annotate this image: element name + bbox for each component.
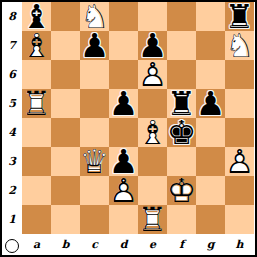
square-e2[interactable] — [138, 176, 167, 205]
white-pawn-fill-glyph: ♟ — [109, 176, 138, 205]
piece-white-bishop-a7[interactable]: ♝♗ — [22, 31, 51, 60]
white-rook-fill-glyph: ♜ — [138, 205, 167, 234]
square-c6[interactable] — [80, 60, 109, 89]
square-c7[interactable]: ♟ — [80, 31, 109, 60]
white-king-fill-glyph: ♚ — [167, 176, 196, 205]
square-h3[interactable]: ♟♙ — [225, 147, 254, 176]
square-d3[interactable]: ♟ — [109, 147, 138, 176]
rank-label-4: 4 — [2, 118, 22, 147]
square-a3[interactable] — [22, 147, 51, 176]
square-b2[interactable] — [51, 176, 80, 205]
piece-white-pawn-d2[interactable]: ♟♙ — [109, 176, 138, 205]
piece-white-queen-c3[interactable]: ♛♕ — [80, 147, 109, 176]
square-a8[interactable]: ♝ — [22, 2, 51, 31]
square-d7[interactable] — [109, 31, 138, 60]
square-e4[interactable]: ♝♗ — [138, 118, 167, 147]
square-g7[interactable] — [196, 31, 225, 60]
file-label-e: e — [138, 234, 167, 255]
square-a7[interactable]: ♝♗ — [22, 31, 51, 60]
white-king-outline-glyph: ♔ — [167, 176, 196, 205]
rank-label-7: 7 — [2, 31, 22, 60]
white-knight-outline-glyph: ♘ — [225, 31, 254, 60]
square-g2[interactable] — [196, 176, 225, 205]
square-e6[interactable]: ♟♙ — [138, 60, 167, 89]
square-h5[interactable] — [225, 89, 254, 118]
file-label-g: g — [196, 234, 225, 255]
white-pawn-outline-glyph: ♙ — [225, 147, 254, 176]
rank-label-2: 2 — [2, 176, 22, 205]
square-b8[interactable] — [51, 2, 80, 31]
square-h6[interactable] — [225, 60, 254, 89]
white-rook-outline-glyph: ♖ — [22, 89, 51, 118]
white-pawn-outline-glyph: ♙ — [138, 60, 167, 89]
black-rook-glyph: ♜ — [225, 2, 254, 31]
square-f8[interactable] — [167, 2, 196, 31]
file-label-f: f — [167, 234, 196, 255]
black-pawn-glyph: ♟ — [80, 31, 109, 60]
square-g6[interactable] — [196, 60, 225, 89]
file-label-b: b — [51, 234, 80, 255]
square-a4[interactable] — [22, 118, 51, 147]
piece-black-pawn-d5[interactable]: ♟ — [109, 89, 138, 118]
square-f5[interactable]: ♜ — [167, 89, 196, 118]
file-label-d: d — [109, 234, 138, 255]
black-pawn-glyph: ♟ — [109, 147, 138, 176]
white-bishop-outline-glyph: ♗ — [138, 118, 167, 147]
rank-label-5: 5 — [2, 89, 22, 118]
square-a1[interactable] — [22, 205, 51, 234]
square-a2[interactable] — [22, 176, 51, 205]
file-label-h: h — [225, 234, 254, 255]
piece-white-rook-e1[interactable]: ♜♖ — [138, 205, 167, 234]
rank-label-3: 3 — [2, 147, 22, 176]
white-knight-fill-glyph: ♞ — [80, 2, 109, 31]
piece-white-king-f2[interactable]: ♚♔ — [167, 176, 196, 205]
piece-black-pawn-e7[interactable]: ♟ — [138, 31, 167, 60]
square-d6[interactable] — [109, 60, 138, 89]
white-rook-outline-glyph: ♖ — [138, 205, 167, 234]
white-pawn-fill-glyph: ♟ — [138, 60, 167, 89]
piece-black-rook-h8[interactable]: ♜ — [225, 2, 254, 31]
square-g1[interactable] — [196, 205, 225, 234]
piece-black-pawn-g5[interactable]: ♟ — [196, 89, 225, 118]
square-d8[interactable] — [109, 2, 138, 31]
white-knight-outline-glyph: ♘ — [80, 2, 109, 31]
square-h1[interactable] — [225, 205, 254, 234]
square-b6[interactable] — [51, 60, 80, 89]
piece-white-knight-c8[interactable]: ♞♘ — [80, 2, 109, 31]
square-e5[interactable] — [138, 89, 167, 118]
white-rook-fill-glyph: ♜ — [22, 89, 51, 118]
rank-label-6: 6 — [2, 60, 22, 89]
white-bishop-fill-glyph: ♝ — [22, 31, 51, 60]
file-label-a: a — [22, 234, 51, 255]
square-a6[interactable] — [22, 60, 51, 89]
piece-white-rook-a5[interactable]: ♜♖ — [22, 89, 51, 118]
black-pawn-glyph: ♟ — [109, 89, 138, 118]
square-d5[interactable]: ♟ — [109, 89, 138, 118]
black-pawn-glyph: ♟ — [196, 89, 225, 118]
square-e1[interactable]: ♜♖ — [138, 205, 167, 234]
square-g5[interactable]: ♟ — [196, 89, 225, 118]
square-g4[interactable] — [196, 118, 225, 147]
square-e8[interactable] — [138, 2, 167, 31]
square-d2[interactable]: ♟♙ — [109, 176, 138, 205]
square-f1[interactable] — [167, 205, 196, 234]
file-labels: abcdefgh — [22, 234, 254, 255]
file-label-c: c — [80, 234, 109, 255]
square-h2[interactable] — [225, 176, 254, 205]
square-g3[interactable] — [196, 147, 225, 176]
square-a5[interactable]: ♜♖ — [22, 89, 51, 118]
square-f2[interactable]: ♚♔ — [167, 176, 196, 205]
rank-label-1: 1 — [2, 205, 22, 234]
square-f7[interactable] — [167, 31, 196, 60]
white-bishop-outline-glyph: ♗ — [22, 31, 51, 60]
piece-black-bishop-a8[interactable]: ♝ — [22, 2, 51, 31]
white-to-move-indicator — [5, 239, 19, 253]
square-b4[interactable] — [51, 118, 80, 147]
square-c3[interactable]: ♛♕ — [80, 147, 109, 176]
square-h4[interactable] — [225, 118, 254, 147]
square-c5[interactable] — [80, 89, 109, 118]
piece-white-bishop-e4[interactable]: ♝♗ — [138, 118, 167, 147]
black-bishop-glyph: ♝ — [22, 2, 51, 31]
square-d1[interactable] — [109, 205, 138, 234]
square-h7[interactable]: ♞♘ — [225, 31, 254, 60]
chess-diagram: 87654321 ♝♞♘♜♝♗♟♟♞♘♟♙♜♖♟♜♟♝♗♚♛♕♟♟♙♟♙♚♔♜♖… — [0, 0, 257, 257]
piece-black-rook-f5[interactable]: ♜ — [167, 89, 196, 118]
black-king-glyph: ♚ — [167, 118, 196, 147]
square-b1[interactable] — [51, 205, 80, 234]
square-d4[interactable] — [109, 118, 138, 147]
white-bishop-fill-glyph: ♝ — [138, 118, 167, 147]
piece-white-knight-h7[interactable]: ♞♘ — [225, 31, 254, 60]
black-pawn-glyph: ♟ — [138, 31, 167, 60]
white-knight-fill-glyph: ♞ — [225, 31, 254, 60]
piece-black-pawn-c7[interactable]: ♟ — [80, 31, 109, 60]
piece-white-pawn-h3[interactable]: ♟♙ — [225, 147, 254, 176]
black-rook-glyph: ♜ — [167, 89, 196, 118]
square-e7[interactable]: ♟ — [138, 31, 167, 60]
white-queen-fill-glyph: ♛ — [80, 147, 109, 176]
square-b5[interactable] — [51, 89, 80, 118]
square-c4[interactable] — [80, 118, 109, 147]
square-c1[interactable] — [80, 205, 109, 234]
white-pawn-fill-glyph: ♟ — [225, 147, 254, 176]
white-queen-outline-glyph: ♕ — [80, 147, 109, 176]
square-c8[interactable]: ♞♘ — [80, 2, 109, 31]
piece-black-king-f4[interactable]: ♚ — [167, 118, 196, 147]
square-b3[interactable] — [51, 147, 80, 176]
rank-labels: 87654321 — [2, 2, 22, 234]
square-f6[interactable] — [167, 60, 196, 89]
square-e3[interactable] — [138, 147, 167, 176]
square-h8[interactable]: ♜ — [225, 2, 254, 31]
chess-board[interactable]: ♝♞♘♜♝♗♟♟♞♘♟♙♜♖♟♜♟♝♗♚♛♕♟♟♙♟♙♚♔♜♖ — [22, 2, 254, 234]
rank-label-8: 8 — [2, 2, 22, 31]
piece-white-pawn-e6[interactable]: ♟♙ — [138, 60, 167, 89]
square-c2[interactable] — [80, 176, 109, 205]
square-f3[interactable] — [167, 147, 196, 176]
square-b7[interactable] — [51, 31, 80, 60]
piece-black-pawn-d3[interactable]: ♟ — [109, 147, 138, 176]
square-f4[interactable]: ♚ — [167, 118, 196, 147]
square-g8[interactable] — [196, 2, 225, 31]
white-pawn-outline-glyph: ♙ — [109, 176, 138, 205]
